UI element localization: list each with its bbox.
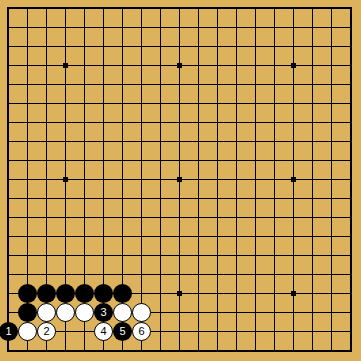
stone-white-6: 6 [132, 322, 151, 341]
stone-white [56, 303, 75, 322]
board-grid: 312456 [0, 0, 360, 360]
stone-black [94, 284, 113, 303]
go-board[interactable]: 312456 [0, 0, 361, 361]
stone-white [18, 322, 37, 341]
stone-white [132, 303, 151, 322]
stone-black [37, 284, 56, 303]
stone-black [18, 284, 37, 303]
stone-black [18, 303, 37, 322]
stone-black-5: 5 [113, 322, 132, 341]
stone-black [75, 284, 94, 303]
stone-black-3: 3 [94, 303, 113, 322]
stone-black-1: 1 [0, 322, 18, 341]
stone-white [37, 303, 56, 322]
stone-white [75, 303, 94, 322]
stone-white-4: 4 [94, 322, 113, 341]
stone-white [113, 303, 132, 322]
stone-black [56, 284, 75, 303]
stone-black [113, 284, 132, 303]
stone-white-2: 2 [37, 322, 56, 341]
